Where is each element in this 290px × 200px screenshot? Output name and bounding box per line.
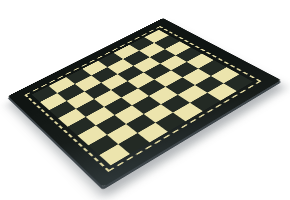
chessboard-grid <box>32 30 253 166</box>
chessboard <box>8 18 281 187</box>
photo-background <box>0 0 290 200</box>
